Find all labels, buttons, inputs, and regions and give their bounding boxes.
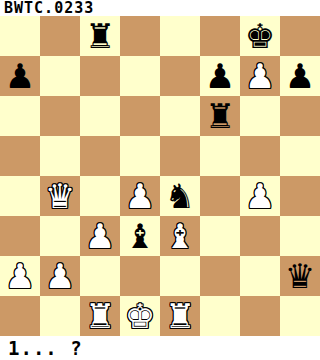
square-c3[interactable]: ♟ — [80, 216, 120, 256]
square-g3[interactable] — [240, 216, 280, 256]
white-rook[interactable]: ♜ — [165, 296, 195, 336]
square-c5[interactable] — [80, 136, 120, 176]
white-pawn[interactable]: ♟ — [85, 216, 115, 256]
square-d5[interactable] — [120, 136, 160, 176]
square-f6[interactable]: ♜ — [200, 96, 240, 136]
black-pawn[interactable]: ♟ — [285, 56, 315, 96]
square-h3[interactable] — [280, 216, 320, 256]
white-king[interactable]: ♚ — [125, 296, 155, 336]
square-b3[interactable] — [40, 216, 80, 256]
black-rook[interactable]: ♜ — [85, 16, 115, 56]
black-rook[interactable]: ♜ — [205, 96, 235, 136]
square-d7[interactable] — [120, 56, 160, 96]
square-c8[interactable]: ♜ — [80, 16, 120, 56]
square-c1[interactable]: ♜ — [80, 296, 120, 336]
square-d8[interactable] — [120, 16, 160, 56]
square-f1[interactable] — [200, 296, 240, 336]
square-a3[interactable] — [0, 216, 40, 256]
square-e7[interactable] — [160, 56, 200, 96]
square-c7[interactable] — [80, 56, 120, 96]
chess-board: ♜♚♟♟♟♟♜♛♟♞♟♟♝♝♟♟♛♜♚♜ — [0, 16, 320, 336]
square-g6[interactable] — [240, 96, 280, 136]
white-bishop[interactable]: ♝ — [165, 216, 195, 256]
square-d3[interactable]: ♝ — [120, 216, 160, 256]
square-e3[interactable]: ♝ — [160, 216, 200, 256]
square-e1[interactable]: ♜ — [160, 296, 200, 336]
square-g8[interactable]: ♚ — [240, 16, 280, 56]
square-c2[interactable] — [80, 256, 120, 296]
square-h4[interactable] — [280, 176, 320, 216]
square-g5[interactable] — [240, 136, 280, 176]
move-prompt: 1... ? — [8, 337, 83, 360]
square-f3[interactable] — [200, 216, 240, 256]
square-g1[interactable] — [240, 296, 280, 336]
square-h5[interactable] — [280, 136, 320, 176]
square-a4[interactable] — [0, 176, 40, 216]
square-e8[interactable] — [160, 16, 200, 56]
square-a8[interactable] — [0, 16, 40, 56]
square-f8[interactable] — [200, 16, 240, 56]
square-d6[interactable] — [120, 96, 160, 136]
square-a7[interactable]: ♟ — [0, 56, 40, 96]
square-f4[interactable] — [200, 176, 240, 216]
white-queen[interactable]: ♛ — [45, 176, 75, 216]
square-h7[interactable]: ♟ — [280, 56, 320, 96]
square-f7[interactable]: ♟ — [200, 56, 240, 96]
square-e4[interactable]: ♞ — [160, 176, 200, 216]
square-a2[interactable]: ♟ — [0, 256, 40, 296]
white-pawn[interactable]: ♟ — [245, 56, 275, 96]
white-pawn[interactable]: ♟ — [245, 176, 275, 216]
square-a6[interactable] — [0, 96, 40, 136]
square-d1[interactable]: ♚ — [120, 296, 160, 336]
black-pawn[interactable]: ♟ — [5, 56, 35, 96]
puzzle-id: BWTC.0233 — [4, 0, 94, 16]
square-b6[interactable] — [40, 96, 80, 136]
square-b8[interactable] — [40, 16, 80, 56]
square-f2[interactable] — [200, 256, 240, 296]
square-b1[interactable] — [40, 296, 80, 336]
puzzle-page: BWTC.0233 ♜♚♟♟♟♟♜♛♟♞♟♟♝♝♟♟♛♜♚♜ 1... ? — [0, 0, 320, 360]
black-queen[interactable]: ♛ — [285, 256, 315, 296]
white-pawn[interactable]: ♟ — [5, 256, 35, 296]
square-d2[interactable] — [120, 256, 160, 296]
black-knight[interactable]: ♞ — [165, 176, 195, 216]
square-e2[interactable] — [160, 256, 200, 296]
square-a5[interactable] — [0, 136, 40, 176]
square-a1[interactable] — [0, 296, 40, 336]
square-c6[interactable] — [80, 96, 120, 136]
square-h6[interactable] — [280, 96, 320, 136]
square-e5[interactable] — [160, 136, 200, 176]
square-b4[interactable]: ♛ — [40, 176, 80, 216]
square-h8[interactable] — [280, 16, 320, 56]
white-pawn[interactable]: ♟ — [45, 256, 75, 296]
white-pawn[interactable]: ♟ — [125, 176, 155, 216]
square-b5[interactable] — [40, 136, 80, 176]
square-c4[interactable] — [80, 176, 120, 216]
square-d4[interactable]: ♟ — [120, 176, 160, 216]
square-g2[interactable] — [240, 256, 280, 296]
white-rook[interactable]: ♜ — [85, 296, 115, 336]
black-pawn[interactable]: ♟ — [205, 56, 235, 96]
square-h2[interactable]: ♛ — [280, 256, 320, 296]
square-g7[interactable]: ♟ — [240, 56, 280, 96]
square-e6[interactable] — [160, 96, 200, 136]
black-king[interactable]: ♚ — [245, 16, 275, 56]
square-b2[interactable]: ♟ — [40, 256, 80, 296]
square-b7[interactable] — [40, 56, 80, 96]
square-h1[interactable] — [280, 296, 320, 336]
black-bishop[interactable]: ♝ — [125, 216, 155, 256]
square-g4[interactable]: ♟ — [240, 176, 280, 216]
square-f5[interactable] — [200, 136, 240, 176]
